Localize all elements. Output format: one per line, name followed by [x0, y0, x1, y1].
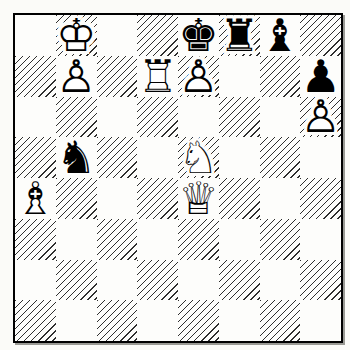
black-knight-icon[interactable]: ♞♞: [56, 137, 97, 178]
square-f2[interactable]: [219, 260, 260, 301]
square-h4[interactable]: [300, 178, 341, 219]
white-pawn-icon[interactable]: ♟♟♙: [56, 56, 97, 97]
square-g6[interactable]: [260, 97, 301, 138]
square-a4[interactable]: ♝♝♗: [15, 178, 56, 219]
square-f8[interactable]: ♜♜: [219, 15, 260, 56]
square-g4[interactable]: [260, 178, 301, 219]
square-d3[interactable]: [137, 219, 178, 260]
square-a3[interactable]: [15, 219, 56, 260]
square-h6[interactable]: ♟♟♙: [300, 97, 341, 138]
piece-outline: ♗: [15, 178, 56, 219]
piece-outline: ♕: [178, 178, 219, 219]
square-b7[interactable]: ♟♟♙: [56, 56, 97, 97]
square-c3[interactable]: [97, 219, 138, 260]
piece-outline: ♙: [300, 97, 341, 138]
square-c6[interactable]: [97, 97, 138, 138]
board-frame: ♚♚♔♚♚♜♜♝♝♟♟♙♜♜♖♟♟♙♟♟♟♟♙♞♞♞♞♘♝♝♗♛♛♕: [13, 13, 343, 343]
square-h2[interactable]: [300, 260, 341, 301]
square-f3[interactable]: [219, 219, 260, 260]
piece-fill: ♝: [260, 15, 301, 56]
white-pawn-icon[interactable]: ♟♟♙: [300, 97, 341, 138]
square-e2[interactable]: [178, 260, 219, 301]
square-c2[interactable]: [97, 260, 138, 301]
black-rook-icon[interactable]: ♜♜: [219, 15, 260, 56]
square-g1[interactable]: [260, 300, 301, 341]
white-pawn-icon[interactable]: ♟♟♙: [178, 56, 219, 97]
square-a1[interactable]: [15, 300, 56, 341]
square-d7[interactable]: ♜♜♖: [137, 56, 178, 97]
square-c1[interactable]: [97, 300, 138, 341]
square-g3[interactable]: [260, 219, 301, 260]
square-e3[interactable]: [178, 219, 219, 260]
square-e7[interactable]: ♟♟♙: [178, 56, 219, 97]
square-e4[interactable]: ♛♛♕: [178, 178, 219, 219]
white-bishop-icon[interactable]: ♝♝♗: [15, 178, 56, 219]
square-g7[interactable]: [260, 56, 301, 97]
square-f1[interactable]: [219, 300, 260, 341]
piece-outline: ♖: [137, 56, 178, 97]
piece-outline: ♙: [178, 56, 219, 97]
square-d6[interactable]: [137, 97, 178, 138]
square-f6[interactable]: [219, 97, 260, 138]
piece-fill: ♜: [219, 15, 260, 56]
square-f5[interactable]: [219, 137, 260, 178]
white-queen-icon[interactable]: ♛♛♕: [178, 178, 219, 219]
square-f4[interactable]: [219, 178, 260, 219]
square-e1[interactable]: [178, 300, 219, 341]
chess-diagram-page: ♚♚♔♚♚♜♜♝♝♟♟♙♜♜♖♟♟♙♟♟♟♟♙♞♞♞♞♘♝♝♗♛♛♕: [0, 0, 350, 350]
square-a8[interactable]: [15, 15, 56, 56]
square-b3[interactable]: [56, 219, 97, 260]
square-g5[interactable]: [260, 137, 301, 178]
square-h1[interactable]: [300, 300, 341, 341]
square-a2[interactable]: [15, 260, 56, 301]
chess-board[interactable]: ♚♚♔♚♚♜♜♝♝♟♟♙♜♜♖♟♟♙♟♟♟♟♙♞♞♞♞♘♝♝♗♛♛♕: [15, 15, 341, 341]
square-c8[interactable]: [97, 15, 138, 56]
square-h5[interactable]: [300, 137, 341, 178]
square-a7[interactable]: [15, 56, 56, 97]
square-c7[interactable]: [97, 56, 138, 97]
square-d5[interactable]: [137, 137, 178, 178]
white-rook-icon[interactable]: ♜♜♖: [137, 56, 178, 97]
piece-fill: ♞: [56, 137, 97, 178]
square-b4[interactable]: [56, 178, 97, 219]
square-a6[interactable]: [15, 97, 56, 138]
square-b5[interactable]: ♞♞: [56, 137, 97, 178]
black-bishop-icon[interactable]: ♝♝: [260, 15, 301, 56]
square-b1[interactable]: [56, 300, 97, 341]
piece-outline: ♙: [56, 56, 97, 97]
square-d1[interactable]: [137, 300, 178, 341]
square-g2[interactable]: [260, 260, 301, 301]
square-f7[interactable]: [219, 56, 260, 97]
square-c5[interactable]: [97, 137, 138, 178]
square-b2[interactable]: [56, 260, 97, 301]
square-g8[interactable]: ♝♝: [260, 15, 301, 56]
square-d4[interactable]: [137, 178, 178, 219]
square-d2[interactable]: [137, 260, 178, 301]
square-c4[interactable]: [97, 178, 138, 219]
square-h3[interactable]: [300, 219, 341, 260]
